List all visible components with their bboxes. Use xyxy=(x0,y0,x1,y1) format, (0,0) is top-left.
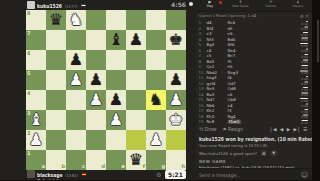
white-move[interactable]: Nd7 xyxy=(207,98,228,103)
game-area: kuku1526 (1577) ♙♙ ♘ ♗ ♖ ♕+9 4:56 8♛♞7♝♟… xyxy=(0,0,196,180)
square-h8[interactable] xyxy=(166,10,186,30)
move-time: 0:03 xyxy=(301,54,308,58)
white-move[interactable]: c4 xyxy=(207,48,228,53)
black-move[interactable]: Be7 xyxy=(228,54,249,59)
square-c8[interactable]: ♞ xyxy=(66,10,86,30)
tab-games[interactable]: ☰Games xyxy=(257,0,285,11)
square-e1[interactable]: e xyxy=(106,150,126,170)
move-number: 11. xyxy=(199,76,207,81)
bottom-player-avatar[interactable] xyxy=(27,170,35,178)
white-pawn[interactable]: ♟ xyxy=(29,130,43,150)
square-g4[interactable]: ♞ xyxy=(146,90,166,110)
panel-corner-icons[interactable]: ⚙ ≡ xyxy=(300,12,309,20)
move-number: 4. xyxy=(199,37,207,42)
chat-input: Send a message... xyxy=(196,169,315,180)
square-e7[interactable]: ♝ xyxy=(106,30,126,50)
square-e4[interactable]: ♟ xyxy=(106,90,126,110)
square-a2[interactable]: 2♟ xyxy=(26,130,46,150)
black-move[interactable]: Ng4 xyxy=(228,114,249,119)
square-b6[interactable] xyxy=(46,50,66,70)
square-a1[interactable]: 1a xyxy=(26,150,46,170)
thumbs-up-icon[interactable]: ▲ xyxy=(261,151,267,157)
move-number: 2. xyxy=(199,26,207,31)
square-d7[interactable] xyxy=(86,30,106,50)
square-c2[interactable] xyxy=(66,130,86,150)
square-a6[interactable]: 6 xyxy=(26,50,46,70)
top-player-bar: kuku1526 (1577) ♙♙ ♘ ♗ ♖ ♕+9 xyxy=(26,0,186,10)
move-number: 18. xyxy=(199,114,207,119)
black-move[interactable]: Qb8 xyxy=(228,98,249,103)
square-a4[interactable]: 4 xyxy=(26,90,46,110)
top-player-avatar[interactable] xyxy=(27,1,35,9)
bottom-player-rating: (1581) xyxy=(65,173,78,178)
tab-label: Play xyxy=(203,4,217,7)
black-move[interactable]: f3 xyxy=(228,109,249,114)
square-b8[interactable]: ♛ xyxy=(46,10,66,30)
square-f6[interactable] xyxy=(126,50,146,70)
square-c5[interactable]: ♟ xyxy=(66,70,86,90)
square-h4[interactable]: ♟ xyxy=(166,90,186,110)
rank-label: 2 xyxy=(27,131,30,136)
move-time: 0:02 xyxy=(301,21,308,25)
black-bishop[interactable]: ♝ xyxy=(109,30,123,50)
move-number: 17. xyxy=(199,109,207,114)
square-g7[interactable] xyxy=(146,30,166,50)
square-h3[interactable]: ♚ xyxy=(166,110,186,130)
black-queen[interactable]: ♛ xyxy=(129,150,143,170)
move-number: 9. xyxy=(199,65,207,70)
move-number: 13. xyxy=(199,87,207,92)
square-e6[interactable] xyxy=(106,50,126,70)
game-over-title: kuku1526 won by resignation. (10 min Rat… xyxy=(199,137,309,142)
bottom-player-bar: blacksage (1581) ♜ ♞ ♟♟♟ xyxy=(26,169,186,179)
square-e5[interactable] xyxy=(106,70,126,90)
rank-label: 8 xyxy=(27,11,30,16)
square-f1[interactable]: f♛ xyxy=(126,150,146,170)
black-move[interactable]: f1=Q xyxy=(228,120,241,125)
square-c6[interactable]: ♟ xyxy=(66,50,86,70)
rank-label: 4 xyxy=(27,91,30,96)
white-move[interactable]: Bd3 xyxy=(207,59,228,64)
move-number: 5. xyxy=(199,43,207,48)
white-move[interactable]: Nf3 xyxy=(207,37,228,42)
settings-dot-icon[interactable] xyxy=(189,2,193,6)
chess-board: 8♛♞7♝♟♚6♟5♟♟♟4♟♟♞♟3♝♟♚2♟♟1abcdef♛gh xyxy=(26,10,186,170)
square-f2[interactable] xyxy=(126,130,146,150)
bottom-captured-pieces: ♜ ♞ ♟♟♟ xyxy=(37,179,187,181)
notification-dot xyxy=(219,1,222,4)
square-g3[interactable] xyxy=(146,110,166,130)
move-time: 0:06 xyxy=(301,109,308,113)
white-pawn[interactable]: ♟ xyxy=(89,90,103,110)
bottom-player-flag-icon xyxy=(82,173,86,176)
bottom-player-name[interactable]: blacksage xyxy=(37,173,62,178)
rank-label: 7 xyxy=(27,31,30,36)
black-pawn[interactable]: ♟ xyxy=(169,70,183,90)
square-g8[interactable] xyxy=(146,10,166,30)
white-move[interactable]: Bf4 xyxy=(207,26,228,31)
tab-label: New Game xyxy=(232,4,248,7)
playback-controls[interactable]: |◀ ◀ ▶ ▶| ☰ xyxy=(270,127,308,132)
sidebar-tabs: ▶Play✚New Game☰Games♟Players xyxy=(196,0,312,12)
move-time: 0:04 xyxy=(301,76,308,80)
white-move[interactable]: Kh2 xyxy=(207,109,228,114)
chat-bar[interactable]: Send a message... ☺ xyxy=(196,168,312,180)
move-time: 0:04 xyxy=(301,103,308,107)
white-bishop[interactable]: ♝ xyxy=(29,110,43,130)
tab-play[interactable]: ▶Play xyxy=(196,0,224,11)
move-number: 14. xyxy=(199,92,207,97)
white-pawn[interactable]: ♟ xyxy=(69,70,83,90)
white-move[interactable]: Kh3 xyxy=(207,114,228,119)
black-move[interactable]: d5 xyxy=(228,26,249,31)
black-pawn[interactable]: ♟ xyxy=(109,90,123,110)
white-move[interactable]: Nc8 xyxy=(207,120,228,125)
move-time: 0:05 xyxy=(301,48,308,52)
white-move[interactable]: Ba3 xyxy=(207,92,228,97)
square-a7[interactable]: 7 xyxy=(26,30,46,50)
white-knight[interactable]: ♞ xyxy=(69,10,83,30)
black-move[interactable]: e6 xyxy=(228,32,249,37)
resign-button[interactable]: ⚑ Resign xyxy=(223,127,243,132)
white-move[interactable]: c5 xyxy=(207,54,228,59)
white-pawn[interactable]: ♟ xyxy=(109,110,123,130)
square-b3[interactable] xyxy=(46,110,66,130)
rank-label: 1 xyxy=(27,151,30,156)
move-time: 0:01 xyxy=(301,32,308,36)
tab-label: Games xyxy=(264,4,278,7)
move-number: 12. xyxy=(199,81,207,86)
move-time: 0:11 xyxy=(301,120,308,124)
draw-button[interactable]: ½ Draw xyxy=(199,127,217,132)
square-d2[interactable] xyxy=(86,130,106,150)
scrollbar-thumb[interactable] xyxy=(317,20,319,62)
white-move[interactable]: Nbd2 xyxy=(207,70,228,75)
rating-change-text: Your new Rapid rating is 1573 (-8). xyxy=(199,143,309,148)
black-move[interactable]: Ne4 xyxy=(228,48,249,53)
move-number: 8. xyxy=(199,59,207,64)
black-move[interactable]: h5 xyxy=(228,65,249,70)
move-time: 0:04 xyxy=(301,37,308,41)
square-h7[interactable]: ♚ xyxy=(166,30,186,50)
black-move[interactable]: Qd8 xyxy=(228,87,249,92)
square-f8[interactable] xyxy=(126,10,146,30)
square-f3[interactable] xyxy=(126,110,146,130)
move-time: 0:03 xyxy=(301,26,308,30)
square-c3[interactable] xyxy=(66,110,86,130)
move-time: 0:09 xyxy=(300,98,308,102)
square-b1[interactable]: b xyxy=(46,150,66,170)
square-d4[interactable]: ♟ xyxy=(86,90,106,110)
square-a5[interactable]: 5 xyxy=(26,70,46,90)
white-move[interactable]: Ne5 xyxy=(207,87,228,92)
thumbs-down-icon[interactable]: ▼ xyxy=(271,151,277,157)
sidebar-body: Queen's Pawn Opening: 1.d4 ⚙ ≡ 1.d4Nc60:… xyxy=(196,12,312,168)
square-b5[interactable] xyxy=(46,70,66,90)
square-g1[interactable]: g xyxy=(146,150,166,170)
black-pawn[interactable]: ♟ xyxy=(129,30,143,50)
tab-players[interactable]: ♟Players xyxy=(284,0,312,11)
move-number: 1. xyxy=(199,21,207,26)
sidebar: ▶Play✚New Game☰Games♟Players Queen's Paw… xyxy=(196,0,312,180)
tab-label: Players xyxy=(291,4,305,7)
top-player-clock: 4:56 xyxy=(163,1,186,9)
new-game-panel: NEW GAME blacksage (1581) vs. kuku1526 (… xyxy=(196,156,312,168)
white-move[interactable]: d4 xyxy=(207,21,228,26)
square-f5[interactable] xyxy=(126,70,146,90)
square-d3[interactable] xyxy=(86,110,106,130)
square-h6[interactable] xyxy=(166,50,186,70)
black-move[interactable]: f4 xyxy=(228,76,249,81)
square-e2[interactable] xyxy=(106,130,126,150)
white-move[interactable]: Nb6 xyxy=(207,103,228,108)
square-f4[interactable] xyxy=(126,90,146,110)
white-move[interactable]: gxf4 xyxy=(207,81,228,86)
top-player-name[interactable]: kuku1526 xyxy=(37,4,62,9)
square-g2[interactable]: ♟ xyxy=(146,130,166,150)
square-b4[interactable] xyxy=(46,90,66,110)
square-g6[interactable] xyxy=(146,50,166,70)
move-time: 0:08 xyxy=(300,70,308,74)
black-king[interactable]: ♚ xyxy=(169,30,183,50)
black-move[interactable]: Nc6 xyxy=(228,21,249,26)
black-queen[interactable]: ♛ xyxy=(49,10,63,30)
square-a8[interactable]: 8 xyxy=(26,10,46,30)
top-player-flag-icon xyxy=(81,4,85,7)
square-b7[interactable] xyxy=(46,30,66,50)
move-number: 16. xyxy=(199,103,207,108)
move-number: 6. xyxy=(199,48,207,53)
black-pawn[interactable]: ♟ xyxy=(69,50,83,70)
rank-label: 3 xyxy=(27,111,30,116)
move-time: 0:07 xyxy=(301,81,308,85)
black-move[interactable]: e4 xyxy=(228,103,249,108)
white-pawn[interactable]: ♟ xyxy=(149,130,163,150)
rank-label: 5 xyxy=(27,71,30,76)
rank-label: 6 xyxy=(27,51,30,56)
move-number: 15. xyxy=(199,98,207,103)
square-e3[interactable]: ♟ xyxy=(106,110,126,130)
black-pawn[interactable]: ♟ xyxy=(89,70,103,90)
white-move[interactable]: e3 xyxy=(207,32,228,37)
move-time: 0:02 xyxy=(300,43,308,47)
black-move[interactable]: c6 xyxy=(228,92,249,97)
black-move[interactable]: Nxg3 xyxy=(228,70,249,75)
bottom-player-clock: 5:21 xyxy=(165,170,186,179)
black-move[interactable]: Bd6 xyxy=(228,37,249,42)
move-number: 7. xyxy=(199,54,207,59)
move-time: 0:05 xyxy=(301,92,308,96)
white-move[interactable]: Qc2 xyxy=(207,65,228,70)
app-window: kuku1526 (1577) ♙♙ ♘ ♗ ♖ ♕+9 4:56 8♛♞7♝♟… xyxy=(0,0,320,180)
white-king[interactable]: ♚ xyxy=(169,110,183,130)
square-c4[interactable] xyxy=(66,90,86,110)
move-number: 10. xyxy=(199,70,207,75)
white-move[interactable]: Bg3 xyxy=(207,43,228,48)
move-number: 19. xyxy=(199,120,207,125)
square-c7[interactable] xyxy=(66,30,86,50)
black-move[interactable]: Nf6 xyxy=(228,43,249,48)
white-move[interactable]: hxg3 xyxy=(207,76,228,81)
clock-gear-icon[interactable]: ⚙ xyxy=(156,171,161,178)
square-h5[interactable]: ♟ xyxy=(166,70,186,90)
tab-new-game[interactable]: ✚New Game xyxy=(224,0,257,11)
white-pawn[interactable]: ♟ xyxy=(169,90,183,110)
square-a3[interactable]: 3♝ xyxy=(26,110,46,130)
top-player-rating: (1577) xyxy=(64,4,77,9)
square-b2[interactable] xyxy=(46,130,66,150)
game-controls: ½ Draw ⚑ Resign |◀ ◀ ▶ ▶| ☰ xyxy=(196,125,312,135)
square-f7[interactable]: ♟ xyxy=(126,30,146,50)
square-d6[interactable] xyxy=(86,50,106,70)
square-e8[interactable] xyxy=(106,10,126,30)
emoji-icon[interactable]: ☺ xyxy=(301,171,308,179)
move-time: 0:06 xyxy=(301,59,308,63)
square-h1[interactable]: h xyxy=(166,150,186,170)
square-d1[interactable]: d xyxy=(86,150,106,170)
black-knight[interactable]: ♞ xyxy=(149,90,163,110)
move-list: 1.d4Nc60:022.Bf4d50:033.e3e60:014.Nf3Bd6… xyxy=(196,20,312,125)
square-c1[interactable]: c xyxy=(66,150,86,170)
black-move[interactable]: Qd7 xyxy=(228,81,249,86)
new-game-header: NEW GAME xyxy=(199,159,309,164)
square-d8[interactable] xyxy=(86,10,106,30)
square-h2[interactable] xyxy=(166,130,186,150)
move-time: 0:03 xyxy=(301,87,308,91)
opening-name: Queen's Pawn Opening: 1.d4 ⚙ ≡ xyxy=(196,12,312,20)
black-move[interactable]: f5 xyxy=(228,59,249,64)
move-time: 0:02 xyxy=(301,65,308,69)
square-g5[interactable] xyxy=(146,70,166,90)
square-d5[interactable]: ♟ xyxy=(86,70,106,90)
move-time: 0:05 xyxy=(301,114,308,118)
move-number: 3. xyxy=(199,32,207,37)
game-over-panel: kuku1526 won by resignation. (10 min Rat… xyxy=(196,135,312,157)
